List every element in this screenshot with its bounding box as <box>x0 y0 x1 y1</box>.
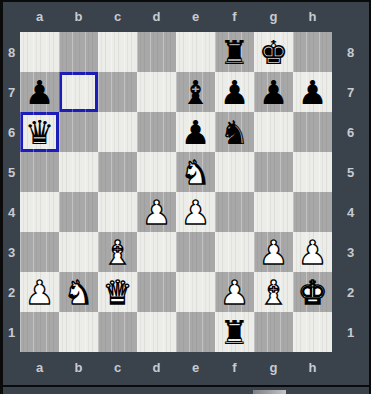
square-c4[interactable] <box>98 192 137 232</box>
square-c2[interactable]: ♛ <box>98 272 137 312</box>
rank-label-7-right: 7 <box>332 72 369 112</box>
square-d2[interactable] <box>137 272 176 312</box>
black-pawn-piece: ♟ <box>215 72 254 112</box>
rank-label-2-left: 2 <box>3 272 20 312</box>
rank-label-1-right: 1 <box>332 312 369 352</box>
square-a3[interactable] <box>20 232 59 272</box>
white-pawn-piece: ♟ <box>215 272 254 312</box>
square-f6[interactable]: ♞ <box>215 112 254 152</box>
black-queen-piece: ♛ <box>20 112 59 152</box>
black-rook-piece: ♜ <box>215 32 254 72</box>
file-label-g-top: g <box>254 3 293 30</box>
square-a8[interactable] <box>20 32 59 72</box>
square-d1[interactable] <box>137 312 176 352</box>
white-knight-piece: ♞ <box>176 152 215 192</box>
square-g4[interactable] <box>254 192 293 232</box>
rank-label-6-left: 6 <box>3 112 20 152</box>
square-g8[interactable]: ♚ <box>254 32 293 72</box>
rank-label-4-left: 4 <box>3 192 20 232</box>
file-label-a-bottom: a <box>20 354 59 382</box>
file-label-a-top: a <box>20 3 59 30</box>
square-e5[interactable]: ♞ <box>176 152 215 192</box>
square-f4[interactable] <box>215 192 254 232</box>
white-pawn-piece: ♟ <box>137 192 176 232</box>
file-label-h-bottom: h <box>293 354 332 382</box>
chess-board-panel: abcdefgh 87654321 ♜♚♟♝♟♟♟♛♟♞♞♟♟♝♟♟♟♞♛♟♝♚… <box>0 0 371 394</box>
square-b5[interactable] <box>59 152 98 192</box>
white-bishop-piece: ♝ <box>98 232 137 272</box>
file-label-f-bottom: f <box>215 354 254 382</box>
rank-label-2-right: 2 <box>332 272 369 312</box>
file-label-c-top: c <box>98 3 137 30</box>
file-labels-bottom: abcdefgh <box>20 354 332 382</box>
square-c1[interactable] <box>98 312 137 352</box>
square-h6[interactable] <box>293 112 332 152</box>
partial-bottom-element <box>253 390 286 394</box>
square-b4[interactable] <box>59 192 98 232</box>
square-a7[interactable]: ♟ <box>20 72 59 112</box>
chess-board: ♜♚♟♝♟♟♟♛♟♞♞♟♟♝♟♟♟♞♛♟♝♚♜ <box>20 32 332 352</box>
file-label-b-bottom: b <box>59 354 98 382</box>
white-pawn-piece: ♟ <box>293 232 332 272</box>
rank-label-6-right: 6 <box>332 112 369 152</box>
square-e1[interactable] <box>176 312 215 352</box>
square-b7[interactable] <box>59 72 98 112</box>
square-e8[interactable] <box>176 32 215 72</box>
rank-labels-left: 87654321 <box>3 32 20 352</box>
file-label-h-top: h <box>293 3 332 30</box>
square-f7[interactable]: ♟ <box>215 72 254 112</box>
square-e2[interactable] <box>176 272 215 312</box>
white-bishop-piece: ♝ <box>254 272 293 312</box>
file-label-g-bottom: g <box>254 354 293 382</box>
file-label-b-top: b <box>59 3 98 30</box>
rank-label-8-right: 8 <box>332 32 369 72</box>
rank-labels-right: 87654321 <box>332 32 369 352</box>
square-f5[interactable] <box>215 152 254 192</box>
black-pawn-piece: ♟ <box>254 72 293 112</box>
rank-label-1-left: 1 <box>3 312 20 352</box>
file-label-d-bottom: d <box>137 354 176 382</box>
rank-label-7-left: 7 <box>3 72 20 112</box>
square-h4[interactable] <box>293 192 332 232</box>
square-b3[interactable] <box>59 232 98 272</box>
black-pawn-piece: ♟ <box>176 112 215 152</box>
frame-edge-left <box>0 0 3 394</box>
square-d4[interactable]: ♟ <box>137 192 176 232</box>
square-d7[interactable] <box>137 72 176 112</box>
black-king-piece: ♚ <box>254 32 293 72</box>
square-g1[interactable] <box>254 312 293 352</box>
rank-label-3-left: 3 <box>3 232 20 272</box>
file-label-e-bottom: e <box>176 354 215 382</box>
rank-label-5-left: 5 <box>3 152 20 192</box>
square-f8[interactable]: ♜ <box>215 32 254 72</box>
square-b1[interactable] <box>59 312 98 352</box>
square-h3[interactable]: ♟ <box>293 232 332 272</box>
rank-label-4-right: 4 <box>332 192 369 232</box>
white-pawn-piece: ♟ <box>176 192 215 232</box>
square-a6[interactable]: ♛ <box>20 112 59 152</box>
rank-label-8-left: 8 <box>3 32 20 72</box>
rank-label-5-right: 5 <box>332 152 369 192</box>
rank-label-3-right: 3 <box>332 232 369 272</box>
white-knight-piece: ♞ <box>59 272 98 312</box>
square-e6[interactable]: ♟ <box>176 112 215 152</box>
square-d6[interactable] <box>137 112 176 152</box>
square-f2[interactable]: ♟ <box>215 272 254 312</box>
square-g3[interactable]: ♟ <box>254 232 293 272</box>
panel-divider <box>0 385 371 387</box>
square-c7[interactable] <box>98 72 137 112</box>
square-h2[interactable]: ♚ <box>293 272 332 312</box>
square-c3[interactable]: ♝ <box>98 232 137 272</box>
black-pawn-piece: ♟ <box>20 72 59 112</box>
square-e3[interactable] <box>176 232 215 272</box>
square-h1[interactable] <box>293 312 332 352</box>
square-h5[interactable] <box>293 152 332 192</box>
square-a1[interactable] <box>20 312 59 352</box>
file-label-e-top: e <box>176 3 215 30</box>
file-labels-top: abcdefgh <box>20 3 332 30</box>
square-h8[interactable] <box>293 32 332 72</box>
square-f1[interactable]: ♜ <box>215 312 254 352</box>
white-pawn-piece: ♟ <box>254 232 293 272</box>
square-g5[interactable] <box>254 152 293 192</box>
square-b6[interactable] <box>59 112 98 152</box>
square-d8[interactable] <box>137 32 176 72</box>
square-g6[interactable] <box>254 112 293 152</box>
square-a4[interactable] <box>20 192 59 232</box>
white-pawn-piece: ♟ <box>20 272 59 312</box>
square-b2[interactable]: ♞ <box>59 272 98 312</box>
frame-edge-top <box>0 0 371 2</box>
black-rook-piece: ♜ <box>215 312 254 352</box>
black-knight-piece: ♞ <box>215 112 254 152</box>
square-e7[interactable]: ♝ <box>176 72 215 112</box>
white-queen-piece: ♛ <box>98 272 137 312</box>
black-pawn-piece: ♟ <box>293 72 332 112</box>
square-e4[interactable]: ♟ <box>176 192 215 232</box>
black-bishop-piece: ♝ <box>176 72 215 112</box>
square-h7[interactable]: ♟ <box>293 72 332 112</box>
square-f3[interactable] <box>215 232 254 272</box>
file-label-d-top: d <box>137 3 176 30</box>
square-b8[interactable] <box>59 32 98 72</box>
square-d5[interactable] <box>137 152 176 192</box>
square-c8[interactable] <box>98 32 137 72</box>
square-g7[interactable]: ♟ <box>254 72 293 112</box>
square-a2[interactable]: ♟ <box>20 272 59 312</box>
square-c6[interactable] <box>98 112 137 152</box>
file-label-c-bottom: c <box>98 354 137 382</box>
white-king-piece: ♚ <box>293 272 332 312</box>
square-d3[interactable] <box>137 232 176 272</box>
square-g2[interactable]: ♝ <box>254 272 293 312</box>
file-label-f-top: f <box>215 3 254 30</box>
square-c5[interactable] <box>98 152 137 192</box>
square-a5[interactable] <box>20 152 59 192</box>
